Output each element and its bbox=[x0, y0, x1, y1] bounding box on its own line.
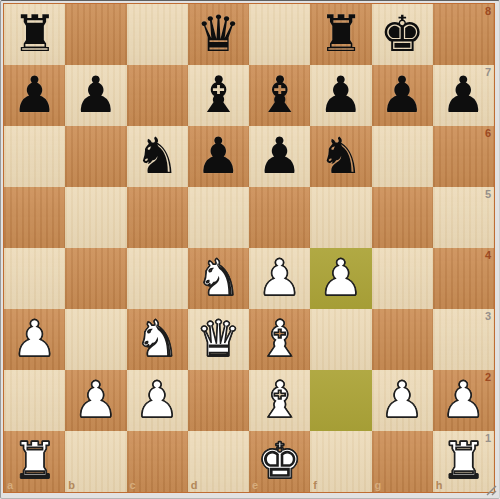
chess-board-window: ♜♛♜♚8♟♟♝♝♟♟♟7♞♟♟♞65♞♟♟4♟♞♛♝3♟♟♝♟♟2♜abcd♚… bbox=[0, 0, 500, 499]
rank-label-4: 4 bbox=[485, 249, 491, 261]
square-b4[interactable] bbox=[65, 248, 126, 309]
square-a7[interactable]: ♟ bbox=[4, 65, 65, 126]
black-pawn-e6[interactable]: ♟ bbox=[257, 131, 302, 181]
file-label-h: h bbox=[436, 479, 443, 491]
square-c1[interactable]: c bbox=[127, 431, 188, 492]
black-rook-f8[interactable]: ♜ bbox=[318, 9, 363, 59]
square-h4[interactable]: 4 bbox=[433, 248, 494, 309]
black-queen-d8[interactable]: ♛ bbox=[196, 9, 241, 59]
square-d6[interactable]: ♟ bbox=[188, 126, 249, 187]
square-b7[interactable]: ♟ bbox=[65, 65, 126, 126]
square-e2[interactable]: ♝ bbox=[249, 370, 310, 431]
square-f5[interactable] bbox=[310, 187, 371, 248]
square-e3[interactable]: ♝ bbox=[249, 309, 310, 370]
square-g3[interactable] bbox=[372, 309, 433, 370]
white-king-e1[interactable]: ♚ bbox=[257, 436, 302, 486]
square-c3[interactable]: ♞ bbox=[127, 309, 188, 370]
black-knight-c6[interactable]: ♞ bbox=[135, 131, 180, 181]
square-f7[interactable]: ♟ bbox=[310, 65, 371, 126]
file-label-d: d bbox=[191, 479, 198, 491]
black-rook-a8[interactable]: ♜ bbox=[12, 9, 57, 59]
square-b2[interactable]: ♟ bbox=[65, 370, 126, 431]
square-d5[interactable] bbox=[188, 187, 249, 248]
square-d1[interactable]: d bbox=[188, 431, 249, 492]
file-label-g: g bbox=[375, 479, 382, 491]
black-pawn-a7[interactable]: ♟ bbox=[12, 70, 57, 120]
square-a1[interactable]: ♜a bbox=[4, 431, 65, 492]
square-f1[interactable]: f bbox=[310, 431, 371, 492]
black-pawn-d6[interactable]: ♟ bbox=[196, 131, 241, 181]
square-a4[interactable] bbox=[4, 248, 65, 309]
square-g4[interactable] bbox=[372, 248, 433, 309]
square-g2[interactable]: ♟ bbox=[372, 370, 433, 431]
square-h7[interactable]: ♟7 bbox=[433, 65, 494, 126]
square-c8[interactable] bbox=[127, 4, 188, 65]
square-e6[interactable]: ♟ bbox=[249, 126, 310, 187]
black-pawn-g7[interactable]: ♟ bbox=[380, 70, 425, 120]
file-label-e: e bbox=[252, 479, 258, 491]
white-bishop-e3[interactable]: ♝ bbox=[257, 314, 302, 364]
black-king-g8[interactable]: ♚ bbox=[380, 9, 425, 59]
white-pawn-a3[interactable]: ♟ bbox=[12, 314, 57, 364]
rank-label-7: 7 bbox=[485, 66, 491, 78]
file-label-a: a bbox=[7, 479, 13, 491]
white-pawn-h2[interactable]: ♟ bbox=[441, 375, 486, 425]
rank-label-6: 6 bbox=[485, 127, 491, 139]
black-bishop-d7[interactable]: ♝ bbox=[196, 70, 241, 120]
square-h2[interactable]: ♟2 bbox=[433, 370, 494, 431]
file-label-c: c bbox=[130, 479, 136, 491]
square-c4[interactable] bbox=[127, 248, 188, 309]
white-rook-h1[interactable]: ♜ bbox=[441, 436, 486, 486]
square-c6[interactable]: ♞ bbox=[127, 126, 188, 187]
square-h1[interactable]: ♜1h bbox=[433, 431, 494, 492]
resize-handle-icon[interactable] bbox=[486, 485, 497, 496]
black-pawn-h7[interactable]: ♟ bbox=[441, 70, 486, 120]
square-a3[interactable]: ♟ bbox=[4, 309, 65, 370]
square-e4[interactable]: ♟ bbox=[249, 248, 310, 309]
square-g5[interactable] bbox=[372, 187, 433, 248]
square-f3[interactable] bbox=[310, 309, 371, 370]
chess-board: ♜♛♜♚8♟♟♝♝♟♟♟7♞♟♟♞65♞♟♟4♟♞♛♝3♟♟♝♟♟2♜abcd♚… bbox=[3, 3, 495, 493]
square-h5[interactable]: 5 bbox=[433, 187, 494, 248]
square-b3[interactable] bbox=[65, 309, 126, 370]
square-h3[interactable]: 3 bbox=[433, 309, 494, 370]
square-b6[interactable] bbox=[65, 126, 126, 187]
square-f2[interactable] bbox=[310, 370, 371, 431]
square-e8[interactable] bbox=[249, 4, 310, 65]
square-a8[interactable]: ♜ bbox=[4, 4, 65, 65]
white-pawn-b2[interactable]: ♟ bbox=[73, 375, 118, 425]
square-g8[interactable]: ♚ bbox=[372, 4, 433, 65]
square-h6[interactable]: 6 bbox=[433, 126, 494, 187]
white-pawn-g2[interactable]: ♟ bbox=[380, 375, 425, 425]
square-e1[interactable]: ♚e bbox=[249, 431, 310, 492]
black-pawn-b7[interactable]: ♟ bbox=[73, 70, 118, 120]
rank-label-2: 2 bbox=[485, 371, 491, 383]
square-h8[interactable]: 8 bbox=[433, 4, 494, 65]
square-d4[interactable]: ♞ bbox=[188, 248, 249, 309]
rank-label-5: 5 bbox=[485, 188, 491, 200]
square-b5[interactable] bbox=[65, 187, 126, 248]
square-d3[interactable]: ♛ bbox=[188, 309, 249, 370]
rank-label-3: 3 bbox=[485, 310, 491, 322]
black-bishop-e7[interactable]: ♝ bbox=[257, 70, 302, 120]
square-g6[interactable] bbox=[372, 126, 433, 187]
white-rook-a1[interactable]: ♜ bbox=[12, 436, 57, 486]
square-a6[interactable] bbox=[4, 126, 65, 187]
white-queen-d3[interactable]: ♛ bbox=[196, 314, 241, 364]
square-d8[interactable]: ♛ bbox=[188, 4, 249, 65]
square-e5[interactable] bbox=[249, 187, 310, 248]
square-a2[interactable] bbox=[4, 370, 65, 431]
square-g7[interactable]: ♟ bbox=[372, 65, 433, 126]
square-e7[interactable]: ♝ bbox=[249, 65, 310, 126]
square-f6[interactable]: ♞ bbox=[310, 126, 371, 187]
rank-label-1: 1 bbox=[485, 432, 491, 444]
square-g1[interactable]: g bbox=[372, 431, 433, 492]
black-pawn-f7[interactable]: ♟ bbox=[318, 70, 363, 120]
square-c7[interactable] bbox=[127, 65, 188, 126]
square-b8[interactable] bbox=[65, 4, 126, 65]
square-d2[interactable] bbox=[188, 370, 249, 431]
square-b1[interactable]: b bbox=[65, 431, 126, 492]
black-knight-f6[interactable]: ♞ bbox=[318, 131, 363, 181]
rank-label-8: 8 bbox=[485, 5, 491, 17]
square-a5[interactable] bbox=[4, 187, 65, 248]
square-d7[interactable]: ♝ bbox=[188, 65, 249, 126]
white-pawn-e4[interactable]: ♟ bbox=[257, 253, 302, 303]
white-knight-d4[interactable]: ♞ bbox=[196, 253, 241, 303]
square-f4[interactable]: ♟ bbox=[310, 248, 371, 309]
white-pawn-c2[interactable]: ♟ bbox=[135, 375, 180, 425]
file-label-b: b bbox=[68, 479, 75, 491]
white-bishop-e2[interactable]: ♝ bbox=[257, 375, 302, 425]
square-c2[interactable]: ♟ bbox=[127, 370, 188, 431]
file-label-f: f bbox=[313, 479, 317, 491]
square-f8[interactable]: ♜ bbox=[310, 4, 371, 65]
white-pawn-f4[interactable]: ♟ bbox=[318, 253, 363, 303]
square-c5[interactable] bbox=[127, 187, 188, 248]
white-knight-c3[interactable]: ♞ bbox=[135, 314, 180, 364]
